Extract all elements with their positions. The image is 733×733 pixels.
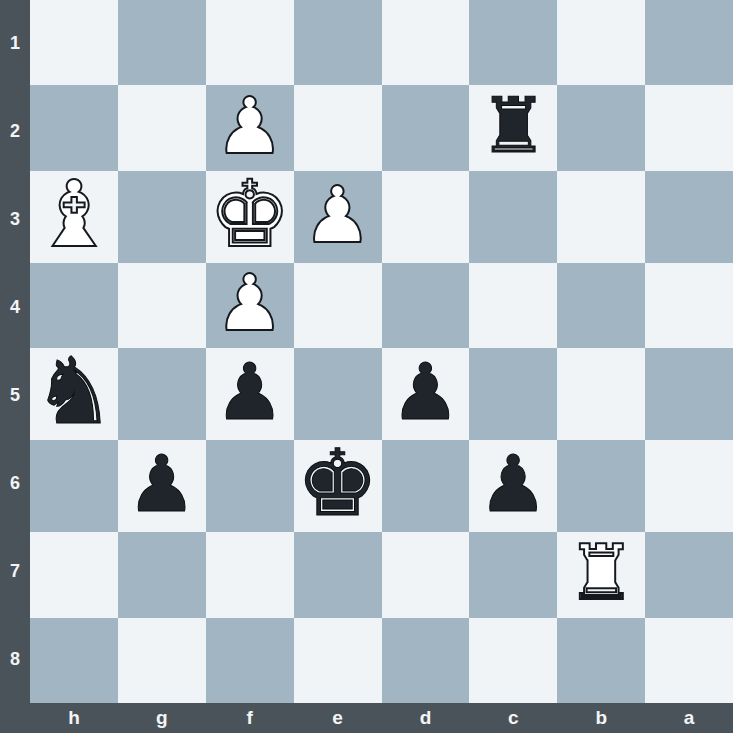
square-h2[interactable] <box>30 85 118 170</box>
rank-label-2: 2 <box>0 88 30 176</box>
square-d6[interactable] <box>382 440 470 532</box>
square-a4[interactable] <box>645 263 733 348</box>
square-a6[interactable] <box>645 440 733 532</box>
black-king-e6[interactable]: ♚ <box>296 438 378 530</box>
board-grid: ♟♜♝♚♟♟♞♟♟♟♚♟♜ <box>30 0 733 703</box>
square-h3[interactable]: ♝ <box>30 171 118 263</box>
square-d4[interactable] <box>382 263 470 348</box>
square-a1[interactable] <box>645 0 733 85</box>
square-f5[interactable]: ♟ <box>206 348 294 440</box>
square-b4[interactable] <box>557 263 645 348</box>
white-pawn-f4[interactable]: ♟ <box>215 264 285 342</box>
file-labels: hgfedcba <box>30 703 733 733</box>
square-a3[interactable] <box>645 171 733 263</box>
square-g1[interactable] <box>118 0 206 85</box>
square-c1[interactable] <box>469 0 557 85</box>
square-a5[interactable] <box>645 348 733 440</box>
frame-corner <box>0 703 30 733</box>
square-b6[interactable] <box>557 440 645 532</box>
square-h7[interactable] <box>30 532 118 617</box>
file-label-f: f <box>206 703 294 733</box>
square-h5[interactable]: ♞ <box>30 348 118 440</box>
square-f6[interactable] <box>206 440 294 532</box>
square-b8[interactable] <box>557 618 645 703</box>
square-c8[interactable] <box>469 618 557 703</box>
square-e3[interactable]: ♟ <box>294 171 382 263</box>
rank-label-3: 3 <box>0 176 30 264</box>
square-e8[interactable] <box>294 618 382 703</box>
square-e1[interactable] <box>294 0 382 85</box>
square-g5[interactable] <box>118 348 206 440</box>
square-h6[interactable] <box>30 440 118 532</box>
square-g8[interactable] <box>118 618 206 703</box>
square-f1[interactable] <box>206 0 294 85</box>
rank-label-8: 8 <box>0 615 30 703</box>
rank-label-4: 4 <box>0 264 30 352</box>
square-h8[interactable] <box>30 618 118 703</box>
square-h1[interactable] <box>30 0 118 85</box>
square-b3[interactable] <box>557 171 645 263</box>
square-c7[interactable] <box>469 532 557 617</box>
square-c4[interactable] <box>469 263 557 348</box>
square-g2[interactable] <box>118 85 206 170</box>
square-e6[interactable]: ♚ <box>294 440 382 532</box>
square-g3[interactable] <box>118 171 206 263</box>
rank-label-7: 7 <box>0 527 30 615</box>
square-g4[interactable] <box>118 263 206 348</box>
square-d3[interactable] <box>382 171 470 263</box>
square-d2[interactable] <box>382 85 470 170</box>
chess-board: 12345678 ♟♜♝♚♟♟♞♟♟♟♚♟♜ hgfedcba <box>0 0 733 733</box>
square-b1[interactable] <box>557 0 645 85</box>
square-b5[interactable] <box>557 348 645 440</box>
rank-label-6: 6 <box>0 439 30 527</box>
file-label-e: e <box>294 703 382 733</box>
white-bishop-h3[interactable]: ♝ <box>33 169 115 261</box>
rank-label-1: 1 <box>0 0 30 88</box>
square-f3[interactable]: ♚ <box>206 171 294 263</box>
file-label-h: h <box>30 703 118 733</box>
square-h4[interactable] <box>30 263 118 348</box>
square-f2[interactable]: ♟ <box>206 85 294 170</box>
square-e5[interactable] <box>294 348 382 440</box>
file-label-g: g <box>118 703 206 733</box>
square-e7[interactable] <box>294 532 382 617</box>
black-rook-c2[interactable]: ♜ <box>479 88 547 164</box>
white-pawn-e3[interactable]: ♟ <box>303 176 373 254</box>
file-label-d: d <box>382 703 470 733</box>
square-f8[interactable] <box>206 618 294 703</box>
black-knight-h5[interactable]: ♞ <box>33 346 115 438</box>
black-pawn-g6[interactable]: ♟ <box>127 445 197 523</box>
square-g7[interactable] <box>118 532 206 617</box>
square-d8[interactable] <box>382 618 470 703</box>
square-c6[interactable]: ♟ <box>469 440 557 532</box>
square-b7[interactable]: ♜ <box>557 532 645 617</box>
white-king-f3[interactable]: ♚ <box>208 169 290 261</box>
square-a2[interactable] <box>645 85 733 170</box>
square-d1[interactable] <box>382 0 470 85</box>
square-e4[interactable] <box>294 263 382 348</box>
square-f4[interactable]: ♟ <box>206 263 294 348</box>
black-pawn-f5[interactable]: ♟ <box>215 353 285 431</box>
square-f7[interactable] <box>206 532 294 617</box>
square-e2[interactable] <box>294 85 382 170</box>
square-b2[interactable] <box>557 85 645 170</box>
rank-labels: 12345678 <box>0 0 30 703</box>
square-c5[interactable] <box>469 348 557 440</box>
rank-label-5: 5 <box>0 352 30 440</box>
square-d5[interactable]: ♟ <box>382 348 470 440</box>
black-pawn-d5[interactable]: ♟ <box>390 353 460 431</box>
square-g6[interactable]: ♟ <box>118 440 206 532</box>
white-rook-b7[interactable]: ♜ <box>567 535 635 611</box>
white-pawn-f2[interactable]: ♟ <box>215 87 285 165</box>
square-a8[interactable] <box>645 618 733 703</box>
file-label-c: c <box>469 703 557 733</box>
square-d7[interactable] <box>382 532 470 617</box>
black-pawn-c6[interactable]: ♟ <box>478 445 548 523</box>
square-a7[interactable] <box>645 532 733 617</box>
file-label-a: a <box>645 703 733 733</box>
square-c2[interactable]: ♜ <box>469 85 557 170</box>
file-label-b: b <box>557 703 645 733</box>
square-c3[interactable] <box>469 171 557 263</box>
